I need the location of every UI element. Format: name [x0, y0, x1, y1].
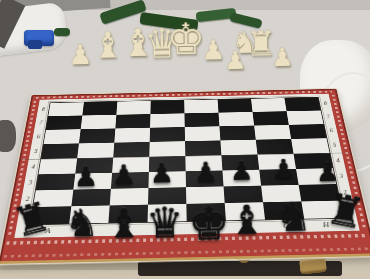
chess-board-photo-scene: ABCDEFGH 12345678 12345678 ♟♝♝♛♚♟♞♜♟♟♜♞♝… — [0, 0, 370, 279]
black-pawn-e2[interactable]: ♟ — [193, 158, 218, 186]
black-knight-b1[interactable]: ♞ — [64, 204, 99, 243]
pieces-layer: ♟♝♝♛♚♟♞♜♟♟♜♞♝♛♚♝♞♜♟♟♟♟♟♟♟ — [0, 0, 370, 279]
black-bishop-f1[interactable]: ♝ — [228, 199, 265, 240]
black-rook-h1[interactable]: ♜ — [323, 187, 368, 235]
board-tilt-wrapper: ABCDEFGH 12345678 12345678 ♟♝♝♛♚♟♞♜♟♟♜♞♝… — [0, 0, 370, 279]
black-pawn-b2[interactable]: ♟ — [73, 163, 98, 191]
black-queen-d1[interactable]: ♛ — [145, 202, 184, 245]
white-pawn-a8[interactable]: ♟ — [68, 41, 93, 69]
black-bishop-c1[interactable]: ♝ — [105, 203, 142, 244]
white-bishop-b8[interactable]: ♝ — [92, 27, 125, 64]
black-pawn-f2[interactable]: ♟ — [230, 158, 254, 184]
black-pawn-c2[interactable]: ♟ — [111, 161, 136, 189]
black-king-e1[interactable]: ♚ — [188, 200, 230, 247]
black-pawn-d2[interactable]: ♟ — [149, 159, 174, 187]
black-pawn-g2[interactable]: ♟ — [272, 156, 296, 182]
black-knight-g1[interactable]: ♞ — [275, 196, 312, 237]
white-pawn-f8[interactable]: ♟ — [201, 36, 226, 64]
black-rook-a1[interactable]: ♜ — [9, 195, 54, 243]
black-pawn-h2[interactable]: ♟ — [316, 159, 340, 185]
white-king-e8[interactable]: ♚ — [166, 18, 205, 62]
white-pawn-g7[interactable]: ♟ — [224, 48, 247, 73]
white-pawn-h7[interactable]: ♟ — [271, 45, 294, 70]
